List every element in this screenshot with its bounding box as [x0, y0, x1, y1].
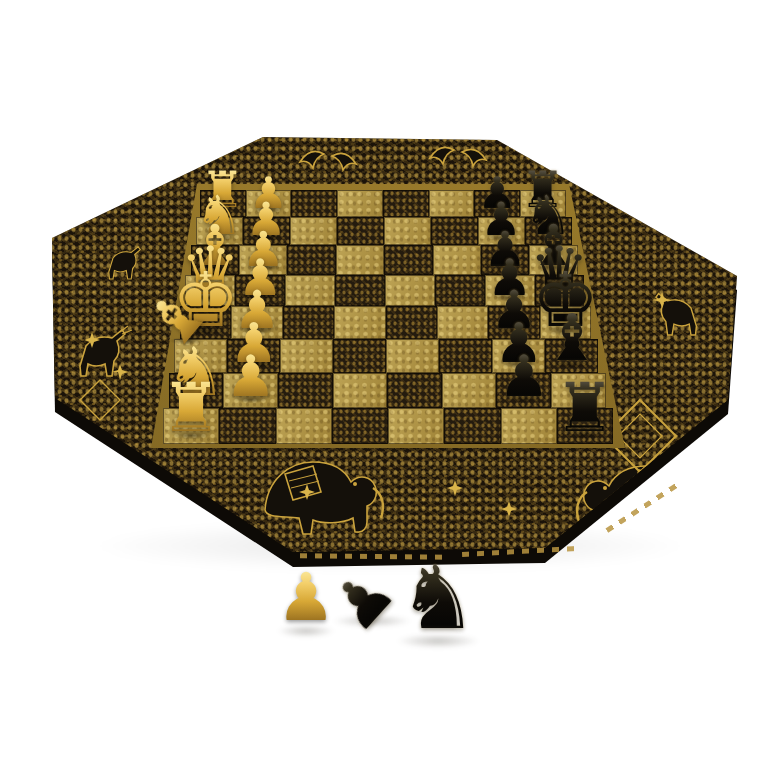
offboard-black-knight[interactable]: ♞ [399, 554, 478, 642]
piece-black-pawn-g7[interactable]: ♟ [498, 348, 549, 405]
offboard-white-pawn[interactable]: ♟ [276, 565, 335, 631]
piece-white-pawn-g2[interactable]: ♟ [225, 348, 276, 405]
pieces-layer: ♜♞♝♛♚♝♞♜♟♟♟♟♟♟♟♟♟♟♟♟♟♟♜♞♝♛♚♝♜♟♟♞ [0, 0, 768, 768]
piece-white-rook-h1[interactable]: ♜ [161, 374, 222, 442]
product-photo: ♜♞♝♛♚♝♞♜♟♟♟♟♟♟♟♟♟♟♟♟♟♟♜♞♝♛♚♝♜♟♟♞ [0, 0, 768, 768]
piece-black-bishop-f8[interactable]: ♝ [543, 306, 601, 371]
piece-black-rook-h8[interactable]: ♜ [555, 374, 616, 442]
